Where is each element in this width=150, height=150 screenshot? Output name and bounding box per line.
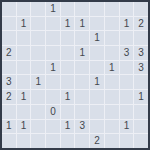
clue-cell-r7c5[interactable]: 1 — [61, 90, 75, 104]
empty-cell-r9c7[interactable] — [90, 120, 104, 134]
clue-cell-r7c10[interactable]: 1 — [134, 90, 148, 104]
clue-cell-r2c9[interactable]: 1 — [120, 17, 134, 31]
clue-cell-r6c3[interactable]: 1 — [31, 75, 45, 89]
clue-cell-r4c1[interactable]: 2 — [2, 46, 16, 60]
empty-cell-r4c8[interactable] — [105, 46, 119, 60]
clue-cell-r4c10[interactable]: 3 — [134, 46, 148, 60]
empty-cell-r3c1[interactable] — [2, 31, 16, 45]
empty-cell-r4c3[interactable] — [31, 46, 45, 60]
clue-cell-r9c9[interactable]: 1 — [120, 120, 134, 134]
clue-cell-r2c2[interactable]: 1 — [17, 17, 31, 31]
empty-cell-r6c5[interactable] — [61, 75, 75, 89]
empty-cell-r10c6[interactable] — [75, 134, 89, 148]
clue-cell-r9c1[interactable]: 1 — [2, 120, 16, 134]
empty-cell-r3c6[interactable] — [75, 31, 89, 45]
empty-cell-r10c9[interactable] — [120, 134, 134, 148]
empty-cell-r9c8[interactable] — [105, 120, 119, 134]
empty-cell-r7c7[interactable] — [90, 90, 104, 104]
empty-cell-r6c4[interactable] — [46, 75, 60, 89]
empty-cell-r1c2[interactable] — [17, 2, 31, 16]
clue-cell-r6c1[interactable]: 3 — [2, 75, 16, 89]
clue-cell-r3c7[interactable]: 1 — [90, 31, 104, 45]
empty-cell-r6c10[interactable] — [134, 75, 148, 89]
empty-cell-r8c1[interactable] — [2, 105, 16, 119]
empty-cell-r5c6[interactable] — [75, 61, 89, 75]
empty-cell-r5c2[interactable] — [17, 61, 31, 75]
empty-cell-r1c1[interactable] — [2, 2, 16, 16]
clue-cell-r7c2[interactable]: 1 — [17, 90, 31, 104]
empty-cell-r10c3[interactable] — [31, 134, 45, 148]
empty-cell-r8c3[interactable] — [31, 105, 45, 119]
clue-cell-r10c7[interactable]: 2 — [90, 134, 104, 148]
empty-cell-r3c3[interactable] — [31, 31, 45, 45]
empty-cell-r8c2[interactable] — [17, 105, 31, 119]
empty-cell-r3c8[interactable] — [105, 31, 119, 45]
empty-cell-r6c9[interactable] — [120, 75, 134, 89]
clue-cell-r1c4[interactable]: 1 — [46, 2, 60, 16]
empty-cell-r9c3[interactable] — [31, 120, 45, 134]
empty-cell-r10c4[interactable] — [46, 134, 60, 148]
empty-cell-r2c4[interactable] — [46, 17, 60, 31]
empty-cell-r4c5[interactable] — [61, 46, 75, 60]
clue-cell-r6c7[interactable]: 1 — [90, 75, 104, 89]
clue-cell-r2c10[interactable]: 2 — [134, 17, 148, 31]
empty-cell-r4c7[interactable] — [90, 46, 104, 60]
clue-cell-r9c6[interactable]: 3 — [75, 120, 89, 134]
empty-cell-r10c5[interactable] — [61, 134, 75, 148]
empty-cell-r5c9[interactable] — [120, 61, 134, 75]
empty-cell-r10c10[interactable] — [134, 134, 148, 148]
empty-cell-r8c8[interactable] — [105, 105, 119, 119]
empty-cell-r1c3[interactable] — [31, 2, 45, 16]
empty-cell-r3c2[interactable] — [17, 31, 31, 45]
empty-cell-r10c1[interactable] — [2, 134, 16, 148]
empty-cell-r8c10[interactable] — [134, 105, 148, 119]
empty-cell-r5c3[interactable] — [31, 61, 45, 75]
empty-cell-r1c6[interactable] — [75, 2, 89, 16]
empty-cell-r6c6[interactable] — [75, 75, 89, 89]
clue-cell-r8c4[interactable]: 0 — [46, 105, 60, 119]
empty-cell-r1c9[interactable] — [120, 2, 134, 16]
empty-cell-r2c7[interactable] — [90, 17, 104, 31]
empty-cell-r2c8[interactable] — [105, 17, 119, 31]
empty-cell-r9c10[interactable] — [134, 120, 148, 134]
empty-cell-r6c2[interactable] — [17, 75, 31, 89]
empty-cell-r2c1[interactable] — [2, 17, 16, 31]
clue-cell-r2c6[interactable]: 1 — [75, 17, 89, 31]
clue-cell-r9c5[interactable]: 1 — [61, 120, 75, 134]
empty-cell-r10c2[interactable] — [17, 134, 31, 148]
empty-cell-r8c6[interactable] — [75, 105, 89, 119]
empty-cell-r7c4[interactable] — [46, 90, 60, 104]
clue-cell-r5c8[interactable]: 1 — [105, 61, 119, 75]
empty-cell-r8c5[interactable] — [61, 105, 75, 119]
clue-cell-r4c9[interactable]: 3 — [120, 46, 134, 60]
empty-cell-r3c9[interactable] — [120, 31, 134, 45]
empty-cell-r1c8[interactable] — [105, 2, 119, 16]
empty-cell-r7c3[interactable] — [31, 90, 45, 104]
empty-cell-r9c4[interactable] — [46, 120, 60, 134]
empty-cell-r7c9[interactable] — [120, 90, 134, 104]
clue-cell-r7c1[interactable]: 2 — [2, 90, 16, 104]
empty-cell-r1c7[interactable] — [90, 2, 104, 16]
empty-cell-r4c2[interactable] — [17, 46, 31, 60]
empty-cell-r5c7[interactable] — [90, 61, 104, 75]
empty-cell-r2c3[interactable] — [31, 17, 45, 31]
slitherlink-board: 1111121213311331121110111312 — [0, 0, 150, 150]
empty-cell-r3c5[interactable] — [61, 31, 75, 45]
clue-cell-r5c4[interactable]: 1 — [46, 61, 60, 75]
clue-cell-r5c10[interactable]: 3 — [134, 61, 148, 75]
empty-cell-r8c9[interactable] — [120, 105, 134, 119]
clue-cell-r4c6[interactable]: 1 — [75, 46, 89, 60]
empty-cell-r3c4[interactable] — [46, 31, 60, 45]
empty-cell-r8c7[interactable] — [90, 105, 104, 119]
empty-cell-r10c8[interactable] — [105, 134, 119, 148]
empty-cell-r1c10[interactable] — [134, 2, 148, 16]
clue-cell-r2c5[interactable]: 1 — [61, 17, 75, 31]
empty-cell-r5c1[interactable] — [2, 61, 16, 75]
clue-cell-r9c2[interactable]: 1 — [17, 120, 31, 134]
empty-cell-r3c10[interactable] — [134, 31, 148, 45]
empty-cell-r5c5[interactable] — [61, 61, 75, 75]
empty-cell-r7c6[interactable] — [75, 90, 89, 104]
empty-cell-r7c8[interactable] — [105, 90, 119, 104]
empty-cell-r6c8[interactable] — [105, 75, 119, 89]
empty-cell-r1c5[interactable] — [61, 2, 75, 16]
empty-cell-r4c4[interactable] — [46, 46, 60, 60]
